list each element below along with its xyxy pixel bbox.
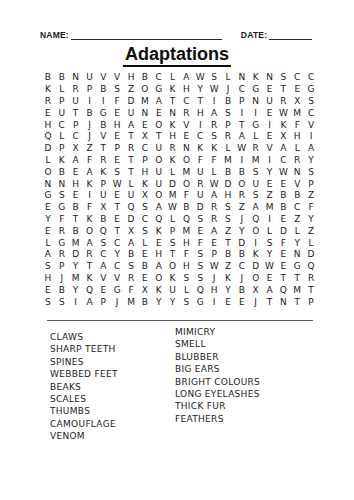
grid-cell[interactable]: L: [249, 131, 263, 143]
grid-cell[interactable]: S: [249, 190, 263, 202]
grid-cell[interactable]: V: [290, 178, 304, 190]
grid-cell[interactable]: Y: [193, 84, 207, 96]
grid-cell[interactable]: L: [138, 237, 152, 249]
grid-cell[interactable]: T: [83, 261, 97, 273]
grid-cell[interactable]: N: [249, 96, 263, 108]
grid-cell[interactable]: Y: [290, 237, 304, 249]
grid-cell[interactable]: A: [180, 72, 194, 84]
grid-cell[interactable]: T: [69, 107, 83, 119]
grid-cell[interactable]: S: [55, 190, 69, 202]
grid-cell[interactable]: Y: [304, 155, 318, 167]
grid-cell[interactable]: I: [83, 190, 97, 202]
grid-cell[interactable]: A: [124, 237, 138, 249]
grid-cell[interactable]: E: [193, 225, 207, 237]
grid-cell[interactable]: S: [207, 72, 221, 84]
grid-cell[interactable]: M: [69, 273, 83, 285]
grid-cell[interactable]: O: [249, 273, 263, 285]
grid-cell[interactable]: O: [138, 84, 152, 96]
grid-cell[interactable]: H: [290, 131, 304, 143]
grid-cell[interactable]: T: [166, 96, 180, 108]
grid-cell[interactable]: U: [152, 143, 166, 155]
grid-cell[interactable]: X: [69, 143, 83, 155]
grid-cell[interactable]: A: [207, 107, 221, 119]
grid-cell[interactable]: B: [221, 166, 235, 178]
grid-cell[interactable]: Y: [263, 249, 277, 261]
grid-cell[interactable]: L: [304, 237, 318, 249]
grid-cell[interactable]: S: [249, 166, 263, 178]
grid-cell[interactable]: E: [152, 237, 166, 249]
grid-cell[interactable]: N: [290, 166, 304, 178]
grid-cell[interactable]: W: [193, 72, 207, 84]
grid-cell[interactable]: L: [55, 131, 69, 143]
grid-cell[interactable]: F: [83, 155, 97, 167]
grid-cell[interactable]: C: [304, 107, 318, 119]
grid-cell[interactable]: F: [276, 237, 290, 249]
grid-cell[interactable]: M: [249, 155, 263, 167]
grid-cell[interactable]: H: [166, 131, 180, 143]
grid-cell[interactable]: N: [138, 107, 152, 119]
grid-cell[interactable]: T: [263, 296, 277, 308]
grid-cell[interactable]: U: [124, 107, 138, 119]
grid-cell[interactable]: B: [221, 96, 235, 108]
grid-cell[interactable]: W: [110, 178, 124, 190]
grid-cell[interactable]: S: [263, 237, 277, 249]
grid-cell[interactable]: R: [207, 214, 221, 226]
grid-cell[interactable]: L: [41, 155, 55, 167]
grid-cell[interactable]: J: [83, 131, 97, 143]
grid-cell[interactable]: Q: [41, 131, 55, 143]
grid-cell[interactable]: Q: [83, 284, 97, 296]
grid-cell[interactable]: E: [69, 190, 83, 202]
grid-cell[interactable]: G: [110, 284, 124, 296]
grid-cell[interactable]: C: [152, 72, 166, 84]
grid-cell[interactable]: B: [290, 190, 304, 202]
grid-cell[interactable]: R: [235, 190, 249, 202]
grid-cell[interactable]: O: [83, 225, 97, 237]
grid-cell[interactable]: E: [207, 237, 221, 249]
grid-cell[interactable]: K: [83, 178, 97, 190]
grid-cell[interactable]: Z: [235, 202, 249, 214]
grid-cell[interactable]: O: [41, 166, 55, 178]
grid-cell[interactable]: J: [235, 273, 249, 285]
grid-cell[interactable]: S: [193, 214, 207, 226]
grid-cell[interactable]: R: [193, 178, 207, 190]
grid-cell[interactable]: R: [55, 225, 69, 237]
grid-cell[interactable]: R: [166, 143, 180, 155]
grid-cell[interactable]: K: [166, 84, 180, 96]
grid-cell[interactable]: S: [193, 249, 207, 261]
grid-cell[interactable]: W: [235, 143, 249, 155]
grid-cell[interactable]: V: [110, 273, 124, 285]
grid-cell[interactable]: M: [180, 166, 194, 178]
grid-cell[interactable]: S: [110, 84, 124, 96]
grid-cell[interactable]: I: [263, 119, 277, 131]
grid-cell[interactable]: I: [249, 107, 263, 119]
grid-cell[interactable]: N: [41, 178, 55, 190]
grid-cell[interactable]: N: [69, 72, 83, 84]
grid-cell[interactable]: L: [166, 214, 180, 226]
grid-cell[interactable]: L: [290, 143, 304, 155]
grid-cell[interactable]: T: [290, 296, 304, 308]
grid-cell[interactable]: C: [110, 237, 124, 249]
grid-cell[interactable]: Q: [249, 214, 263, 226]
grid-cell[interactable]: J: [249, 296, 263, 308]
grid-cell[interactable]: E: [41, 107, 55, 119]
grid-cell[interactable]: S: [124, 261, 138, 273]
grid-cell[interactable]: C: [193, 131, 207, 143]
grid-cell[interactable]: X: [124, 225, 138, 237]
grid-cell[interactable]: S: [41, 296, 55, 308]
grid-cell[interactable]: S: [221, 107, 235, 119]
grid-cell[interactable]: H: [69, 178, 83, 190]
grid-cell[interactable]: Q: [96, 225, 110, 237]
grid-cell[interactable]: F: [304, 202, 318, 214]
grid-cell[interactable]: G: [96, 107, 110, 119]
grid-cell[interactable]: D: [69, 249, 83, 261]
grid-cell[interactable]: F: [193, 237, 207, 249]
grid-cell[interactable]: Y: [110, 249, 124, 261]
grid-cell[interactable]: E: [276, 214, 290, 226]
grid-cell[interactable]: D: [221, 178, 235, 190]
grid-cell[interactable]: A: [276, 143, 290, 155]
grid-cell[interactable]: S: [221, 214, 235, 226]
grid-cell[interactable]: R: [207, 119, 221, 131]
grid-cell[interactable]: T: [193, 96, 207, 108]
grid-cell[interactable]: Q: [124, 202, 138, 214]
grid-cell[interactable]: F: [207, 155, 221, 167]
grid-cell[interactable]: Y: [263, 166, 277, 178]
grid-cell[interactable]: R: [41, 96, 55, 108]
grid-cell[interactable]: Q: [193, 284, 207, 296]
grid-cell[interactable]: S: [180, 273, 194, 285]
grid-cell[interactable]: A: [152, 96, 166, 108]
grid-cell[interactable]: C: [235, 84, 249, 96]
grid-cell[interactable]: G: [290, 261, 304, 273]
date-fill-line[interactable]: [269, 30, 312, 40]
grid-cell[interactable]: B: [83, 107, 97, 119]
grid-cell[interactable]: G: [152, 84, 166, 96]
grid-cell[interactable]: P: [83, 84, 97, 96]
grid-cell[interactable]: P: [304, 178, 318, 190]
grid-cell[interactable]: U: [69, 96, 83, 108]
grid-cell[interactable]: B: [138, 261, 152, 273]
grid-cell[interactable]: M: [221, 155, 235, 167]
grid-cell[interactable]: L: [166, 72, 180, 84]
grid-cell[interactable]: U: [152, 166, 166, 178]
grid-cell[interactable]: W: [166, 202, 180, 214]
grid-cell[interactable]: B: [69, 225, 83, 237]
grid-cell[interactable]: F: [180, 190, 194, 202]
grid-cell[interactable]: G: [41, 190, 55, 202]
grid-cell[interactable]: O: [152, 273, 166, 285]
grid-cell[interactable]: T: [96, 143, 110, 155]
grid-cell[interactable]: H: [180, 237, 194, 249]
grid-cell[interactable]: E: [276, 178, 290, 190]
grid-cell[interactable]: J: [83, 119, 97, 131]
grid-cell[interactable]: A: [96, 261, 110, 273]
grid-cell[interactable]: M: [138, 96, 152, 108]
grid-cell[interactable]: S: [138, 202, 152, 214]
grid-cell[interactable]: I: [235, 107, 249, 119]
grid-cell[interactable]: Z: [304, 225, 318, 237]
grid-cell[interactable]: U: [166, 284, 180, 296]
grid-cell[interactable]: I: [263, 155, 277, 167]
grid-cell[interactable]: R: [180, 107, 194, 119]
grid-cell[interactable]: C: [290, 202, 304, 214]
grid-cell[interactable]: H: [207, 284, 221, 296]
grid-cell[interactable]: N: [180, 143, 194, 155]
grid-cell[interactable]: E: [138, 249, 152, 261]
grid-cell[interactable]: C: [180, 96, 194, 108]
grid-cell[interactable]: E: [110, 190, 124, 202]
grid-cell[interactable]: V: [110, 72, 124, 84]
grid-cell[interactable]: H: [193, 107, 207, 119]
grid-cell[interactable]: W: [276, 166, 290, 178]
grid-cell[interactable]: I: [207, 296, 221, 308]
grid-cell[interactable]: A: [249, 202, 263, 214]
grid-cell[interactable]: L: [263, 225, 277, 237]
grid-cell[interactable]: B: [180, 202, 194, 214]
grid-cell[interactable]: E: [290, 84, 304, 96]
grid-cell[interactable]: B: [235, 166, 249, 178]
grid-cell[interactable]: A: [304, 143, 318, 155]
grid-cell[interactable]: T: [221, 237, 235, 249]
grid-cell[interactable]: B: [96, 214, 110, 226]
grid-cell[interactable]: X: [249, 284, 263, 296]
grid-cell[interactable]: H: [41, 273, 55, 285]
grid-cell[interactable]: B: [138, 296, 152, 308]
grid-cell[interactable]: Q: [276, 284, 290, 296]
grid-cell[interactable]: Y: [69, 261, 83, 273]
grid-cell[interactable]: O: [152, 190, 166, 202]
grid-cell[interactable]: K: [166, 155, 180, 167]
grid-cell[interactable]: K: [207, 143, 221, 155]
grid-cell[interactable]: F: [110, 96, 124, 108]
grid-cell[interactable]: M: [180, 225, 194, 237]
grid-cell[interactable]: E: [69, 166, 83, 178]
grid-cell[interactable]: J: [55, 273, 69, 285]
grid-cell[interactable]: A: [235, 131, 249, 143]
grid-cell[interactable]: V: [180, 119, 194, 131]
grid-cell[interactable]: O: [235, 178, 249, 190]
grid-cell[interactable]: T: [235, 119, 249, 131]
grid-cell[interactable]: E: [263, 107, 277, 119]
grid-cell[interactable]: X: [138, 284, 152, 296]
grid-cell[interactable]: C: [138, 214, 152, 226]
grid-cell[interactable]: I: [69, 296, 83, 308]
grid-cell[interactable]: R: [276, 96, 290, 108]
grid-cell[interactable]: U: [193, 166, 207, 178]
grid-cell[interactable]: G: [55, 237, 69, 249]
grid-cell[interactable]: W: [263, 261, 277, 273]
grid-cell[interactable]: K: [166, 273, 180, 285]
grid-cell[interactable]: L: [124, 178, 138, 190]
grid-cell[interactable]: N: [166, 107, 180, 119]
grid-cell[interactable]: C: [304, 72, 318, 84]
grid-cell[interactable]: M: [69, 237, 83, 249]
grid-cell[interactable]: Y: [152, 296, 166, 308]
grid-cell[interactable]: Y: [166, 296, 180, 308]
grid-cell[interactable]: G: [304, 84, 318, 96]
grid-cell[interactable]: Q: [304, 261, 318, 273]
grid-cell[interactable]: E: [138, 273, 152, 285]
grid-cell[interactable]: Y: [304, 214, 318, 226]
grid-cell[interactable]: E: [221, 296, 235, 308]
grid-cell[interactable]: L: [180, 284, 194, 296]
grid-cell[interactable]: K: [41, 84, 55, 96]
grid-cell[interactable]: V: [263, 143, 277, 155]
grid-cell[interactable]: M: [166, 190, 180, 202]
grid-cell[interactable]: O: [180, 155, 194, 167]
grid-cell[interactable]: E: [110, 155, 124, 167]
grid-cell[interactable]: T: [124, 166, 138, 178]
grid-cell[interactable]: R: [249, 143, 263, 155]
grid-cell[interactable]: E: [138, 119, 152, 131]
grid-cell[interactable]: B: [124, 249, 138, 261]
grid-cell[interactable]: M: [263, 202, 277, 214]
grid-cell[interactable]: D: [304, 249, 318, 261]
grid-cell[interactable]: B: [96, 84, 110, 96]
grid-cell[interactable]: B: [55, 72, 69, 84]
grid-cell[interactable]: X: [138, 131, 152, 143]
grid-cell[interactable]: E: [263, 131, 277, 143]
grid-cell[interactable]: U: [193, 190, 207, 202]
grid-cell[interactable]: S: [276, 72, 290, 84]
grid-cell[interactable]: U: [124, 190, 138, 202]
grid-cell[interactable]: T: [110, 202, 124, 214]
grid-cell[interactable]: W: [207, 84, 221, 96]
grid-cell[interactable]: O: [152, 155, 166, 167]
grid-cell[interactable]: L: [290, 225, 304, 237]
grid-cell[interactable]: Z: [221, 261, 235, 273]
grid-cell[interactable]: E: [276, 249, 290, 261]
grid-cell[interactable]: R: [69, 84, 83, 96]
grid-cell[interactable]: S: [110, 166, 124, 178]
grid-cell[interactable]: J: [207, 273, 221, 285]
grid-cell[interactable]: P: [96, 296, 110, 308]
grid-cell[interactable]: N: [235, 72, 249, 84]
grid-cell[interactable]: A: [207, 190, 221, 202]
grid-cell[interactable]: U: [249, 178, 263, 190]
grid-cell[interactable]: T: [124, 131, 138, 143]
grid-cell[interactable]: D: [193, 202, 207, 214]
grid-cell[interactable]: B: [55, 166, 69, 178]
grid-cell[interactable]: X: [138, 190, 152, 202]
grid-cell[interactable]: P: [110, 143, 124, 155]
grid-cell[interactable]: R: [96, 155, 110, 167]
grid-cell[interactable]: W: [207, 261, 221, 273]
grid-cell[interactable]: P: [138, 155, 152, 167]
grid-cell[interactable]: T: [110, 225, 124, 237]
grid-cell[interactable]: E: [110, 214, 124, 226]
grid-cell[interactable]: J: [110, 296, 124, 308]
grid-cell[interactable]: P: [69, 119, 83, 131]
grid-cell[interactable]: T: [124, 155, 138, 167]
grid-cell[interactable]: C: [276, 155, 290, 167]
grid-cell[interactable]: B: [235, 249, 249, 261]
grid-cell[interactable]: K: [249, 72, 263, 84]
grid-cell[interactable]: P: [55, 96, 69, 108]
grid-cell[interactable]: S: [304, 166, 318, 178]
grid-cell[interactable]: A: [152, 202, 166, 214]
grid-cell[interactable]: H: [41, 119, 55, 131]
grid-cell[interactable]: D: [124, 96, 138, 108]
grid-cell[interactable]: K: [193, 143, 207, 155]
grid-cell[interactable]: A: [69, 155, 83, 167]
grid-cell[interactable]: P: [96, 178, 110, 190]
grid-cell[interactable]: K: [152, 284, 166, 296]
grid-cell[interactable]: C: [110, 261, 124, 273]
grid-cell[interactable]: Z: [304, 190, 318, 202]
grid-cell[interactable]: Q: [180, 214, 194, 226]
grid-cell[interactable]: E: [263, 273, 277, 285]
grid-cell[interactable]: K: [152, 225, 166, 237]
grid-cell[interactable]: J: [235, 214, 249, 226]
grid-cell[interactable]: R: [83, 249, 97, 261]
grid-cell[interactable]: R: [290, 155, 304, 167]
grid-cell[interactable]: G: [193, 296, 207, 308]
grid-cell[interactable]: I: [235, 155, 249, 167]
grid-cell[interactable]: H: [110, 119, 124, 131]
grid-cell[interactable]: H: [124, 72, 138, 84]
grid-cell[interactable]: A: [83, 296, 97, 308]
grid-cell[interactable]: H: [152, 249, 166, 261]
grid-cell[interactable]: E: [180, 131, 194, 143]
grid-cell[interactable]: S: [207, 131, 221, 143]
grid-cell[interactable]: H: [221, 190, 235, 202]
grid-cell[interactable]: P: [235, 96, 249, 108]
grid-cell[interactable]: L: [41, 237, 55, 249]
grid-cell[interactable]: K: [96, 166, 110, 178]
grid-cell[interactable]: G: [249, 119, 263, 131]
grid-cell[interactable]: I: [249, 237, 263, 249]
grid-cell[interactable]: Y: [221, 284, 235, 296]
grid-cell[interactable]: O: [249, 225, 263, 237]
grid-cell[interactable]: S: [221, 202, 235, 214]
grid-cell[interactable]: U: [96, 190, 110, 202]
grid-cell[interactable]: H: [180, 261, 194, 273]
grid-cell[interactable]: T: [276, 273, 290, 285]
grid-cell[interactable]: T: [276, 84, 290, 96]
grid-cell[interactable]: B: [41, 72, 55, 84]
grid-cell[interactable]: I: [304, 131, 318, 143]
grid-cell[interactable]: A: [207, 225, 221, 237]
grid-cell[interactable]: S: [304, 96, 318, 108]
grid-cell[interactable]: K: [249, 249, 263, 261]
grid-cell[interactable]: X: [96, 202, 110, 214]
grid-cell[interactable]: K: [83, 273, 97, 285]
grid-cell[interactable]: E: [263, 84, 277, 96]
grid-cell[interactable]: P: [207, 249, 221, 261]
grid-cell[interactable]: E: [235, 296, 249, 308]
grid-cell[interactable]: P: [55, 143, 69, 155]
grid-cell[interactable]: K: [138, 178, 152, 190]
grid-cell[interactable]: S: [180, 296, 194, 308]
grid-cell[interactable]: E: [276, 261, 290, 273]
grid-cell[interactable]: C: [55, 119, 69, 131]
grid-cell[interactable]: R: [124, 143, 138, 155]
grid-cell[interactable]: K: [166, 119, 180, 131]
grid-cell[interactable]: P: [221, 119, 235, 131]
grid-cell[interactable]: M: [290, 284, 304, 296]
grid-cell[interactable]: N: [276, 296, 290, 308]
grid-cell[interactable]: D: [249, 261, 263, 273]
grid-cell[interactable]: E: [41, 225, 55, 237]
grid-cell[interactable]: U: [263, 96, 277, 108]
grid-cell[interactable]: A: [83, 166, 97, 178]
grid-cell[interactable]: I: [96, 96, 110, 108]
grid-cell[interactable]: V: [304, 119, 318, 131]
